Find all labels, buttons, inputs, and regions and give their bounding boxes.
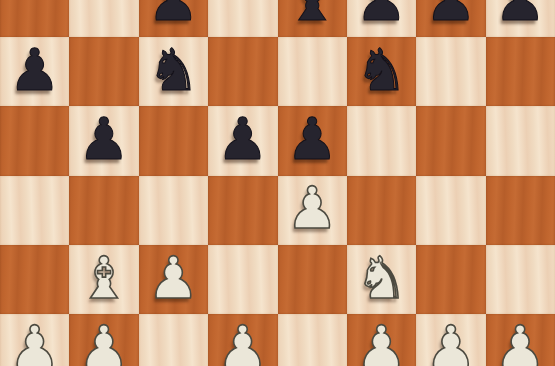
square-b7[interactable] xyxy=(69,0,138,37)
square-g7[interactable]: ♟ xyxy=(416,0,485,37)
white-pawn[interactable]: ♟ xyxy=(147,249,199,307)
white-pawn[interactable]: ♟ xyxy=(286,179,338,237)
square-d7[interactable] xyxy=(208,0,277,37)
square-b6[interactable] xyxy=(69,37,138,106)
square-c5[interactable] xyxy=(139,106,208,175)
square-a2[interactable]: ♟ xyxy=(0,314,69,366)
square-f4[interactable] xyxy=(347,176,416,245)
black-pawn[interactable]: ♟ xyxy=(78,110,130,168)
black-pawn[interactable]: ♟ xyxy=(147,0,199,29)
square-g5[interactable] xyxy=(416,106,485,175)
square-a4[interactable] xyxy=(0,176,69,245)
white-pawn[interactable]: ♟ xyxy=(217,318,269,366)
square-d2[interactable]: ♟ xyxy=(208,314,277,366)
white-pawn[interactable]: ♟ xyxy=(356,318,408,366)
white-pawn[interactable]: ♟ xyxy=(78,318,130,366)
square-g2[interactable]: ♟ xyxy=(416,314,485,366)
square-g3[interactable] xyxy=(416,245,485,314)
white-pawn[interactable]: ♟ xyxy=(425,318,477,366)
square-c4[interactable] xyxy=(139,176,208,245)
square-g4[interactable] xyxy=(416,176,485,245)
square-f5[interactable] xyxy=(347,106,416,175)
square-e7[interactable]: ♝ xyxy=(278,0,347,37)
square-e5[interactable]: ♟ xyxy=(278,106,347,175)
black-pawn[interactable]: ♟ xyxy=(217,110,269,168)
square-a7[interactable] xyxy=(0,0,69,37)
square-a3[interactable] xyxy=(0,245,69,314)
white-bishop[interactable]: ♝ xyxy=(78,249,130,307)
black-knight[interactable]: ♞ xyxy=(356,41,408,99)
white-knight[interactable]: ♞ xyxy=(356,249,408,307)
chess-board: ♟♝♟♟♟♟♞♞♟♟♟♟♝♟♞♟♟♟♟♟♟ xyxy=(0,0,555,366)
square-h3[interactable] xyxy=(486,245,555,314)
square-b3[interactable]: ♝ xyxy=(69,245,138,314)
black-pawn[interactable]: ♟ xyxy=(494,0,546,29)
square-e4[interactable]: ♟ xyxy=(278,176,347,245)
square-c2[interactable] xyxy=(139,314,208,366)
black-pawn[interactable]: ♟ xyxy=(356,0,408,29)
square-e2[interactable] xyxy=(278,314,347,366)
square-f3[interactable]: ♞ xyxy=(347,245,416,314)
square-g6[interactable] xyxy=(416,37,485,106)
square-h4[interactable] xyxy=(486,176,555,245)
square-c3[interactable]: ♟ xyxy=(139,245,208,314)
square-b5[interactable]: ♟ xyxy=(69,106,138,175)
square-h7[interactable]: ♟ xyxy=(486,0,555,37)
square-h2[interactable]: ♟ xyxy=(486,314,555,366)
white-pawn[interactable]: ♟ xyxy=(494,318,546,366)
square-f2[interactable]: ♟ xyxy=(347,314,416,366)
square-c6[interactable]: ♞ xyxy=(139,37,208,106)
square-d6[interactable] xyxy=(208,37,277,106)
board-viewport: ♟♝♟♟♟♟♞♞♟♟♟♟♝♟♞♟♟♟♟♟♟ xyxy=(0,0,555,366)
square-b4[interactable] xyxy=(69,176,138,245)
square-f6[interactable]: ♞ xyxy=(347,37,416,106)
square-e6[interactable] xyxy=(278,37,347,106)
black-pawn[interactable]: ♟ xyxy=(286,110,338,168)
square-d5[interactable]: ♟ xyxy=(208,106,277,175)
black-pawn[interactable]: ♟ xyxy=(425,0,477,29)
square-a6[interactable]: ♟ xyxy=(0,37,69,106)
square-h5[interactable] xyxy=(486,106,555,175)
square-e3[interactable] xyxy=(278,245,347,314)
black-bishop[interactable]: ♝ xyxy=(286,0,338,29)
square-d3[interactable] xyxy=(208,245,277,314)
square-c7[interactable]: ♟ xyxy=(139,0,208,37)
square-f7[interactable]: ♟ xyxy=(347,0,416,37)
square-a5[interactable] xyxy=(0,106,69,175)
square-d4[interactable] xyxy=(208,176,277,245)
square-h6[interactable] xyxy=(486,37,555,106)
black-knight[interactable]: ♞ xyxy=(147,41,199,99)
square-b2[interactable]: ♟ xyxy=(69,314,138,366)
white-pawn[interactable]: ♟ xyxy=(9,318,61,366)
black-pawn[interactable]: ♟ xyxy=(9,41,61,99)
